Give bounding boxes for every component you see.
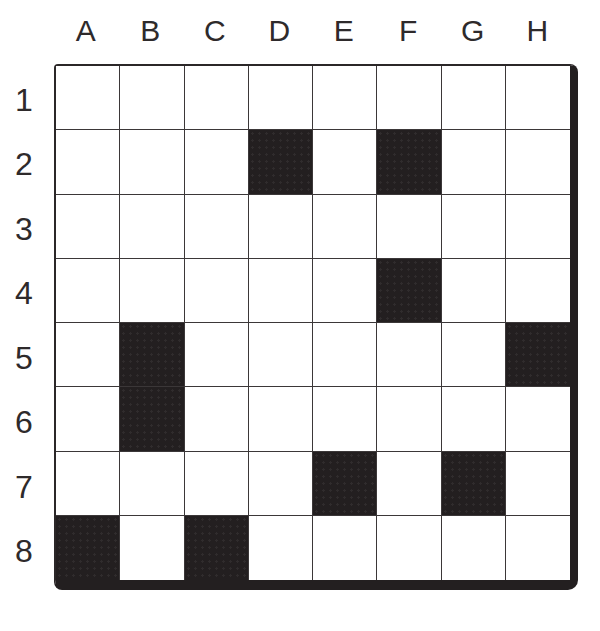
cell-H4[interactable] [506, 259, 570, 323]
column-label-E: E [312, 2, 377, 60]
puzzle-board [54, 64, 578, 590]
cell-G3[interactable] [442, 195, 506, 259]
cell-E1[interactable] [313, 66, 377, 130]
cell-D8[interactable] [249, 516, 313, 580]
cell-B3[interactable] [120, 195, 184, 259]
cell-G2[interactable] [442, 130, 506, 194]
cell-E5[interactable] [313, 323, 377, 387]
cell-D6[interactable] [249, 387, 313, 451]
cell-D7[interactable] [249, 452, 313, 516]
cell-G5[interactable] [442, 323, 506, 387]
cell-C5[interactable] [185, 323, 249, 387]
cell-H6[interactable] [506, 387, 570, 451]
column-label-D: D [248, 2, 313, 60]
cell-B7[interactable] [120, 452, 184, 516]
column-label-G: G [441, 2, 506, 60]
cell-H8[interactable] [506, 516, 570, 580]
cell-F7[interactable] [377, 452, 441, 516]
row-labels: 12345678 [0, 64, 48, 580]
cell-F8[interactable] [377, 516, 441, 580]
row-label-8: 8 [0, 520, 48, 585]
cell-C8 [185, 516, 249, 580]
cell-E4[interactable] [313, 259, 377, 323]
cell-F3[interactable] [377, 195, 441, 259]
cell-E8[interactable] [313, 516, 377, 580]
cell-B6 [120, 387, 184, 451]
cell-G8[interactable] [442, 516, 506, 580]
cell-A7[interactable] [56, 452, 120, 516]
column-label-A: A [54, 2, 119, 60]
row-label-2: 2 [0, 133, 48, 198]
cell-B8[interactable] [120, 516, 184, 580]
cell-C2[interactable] [185, 130, 249, 194]
cell-A2[interactable] [56, 130, 120, 194]
cell-B1[interactable] [120, 66, 184, 130]
cell-F4 [377, 259, 441, 323]
cell-H5 [506, 323, 570, 387]
cell-A3[interactable] [56, 195, 120, 259]
cell-B2[interactable] [120, 130, 184, 194]
cell-C1[interactable] [185, 66, 249, 130]
row-label-1: 1 [0, 68, 48, 133]
cell-D5[interactable] [249, 323, 313, 387]
cell-G4[interactable] [442, 259, 506, 323]
cell-D4[interactable] [249, 259, 313, 323]
cell-D1[interactable] [249, 66, 313, 130]
row-label-4: 4 [0, 262, 48, 327]
cell-D3[interactable] [249, 195, 313, 259]
row-label-6: 6 [0, 391, 48, 456]
cell-B4[interactable] [120, 259, 184, 323]
cell-F1[interactable] [377, 66, 441, 130]
cell-H1[interactable] [506, 66, 570, 130]
cell-B5 [120, 323, 184, 387]
cell-D2 [249, 130, 313, 194]
column-label-C: C [183, 2, 248, 60]
cell-G1[interactable] [442, 66, 506, 130]
row-label-5: 5 [0, 326, 48, 391]
cell-C7[interactable] [185, 452, 249, 516]
column-label-H: H [506, 2, 571, 60]
cell-A4[interactable] [56, 259, 120, 323]
cell-A6[interactable] [56, 387, 120, 451]
row-label-7: 7 [0, 455, 48, 520]
cell-H7[interactable] [506, 452, 570, 516]
cell-H3[interactable] [506, 195, 570, 259]
cell-A5[interactable] [56, 323, 120, 387]
cell-F6[interactable] [377, 387, 441, 451]
cell-G7 [442, 452, 506, 516]
cell-H2[interactable] [506, 130, 570, 194]
cell-E3[interactable] [313, 195, 377, 259]
row-label-3: 3 [0, 197, 48, 262]
cell-C4[interactable] [185, 259, 249, 323]
cell-C6[interactable] [185, 387, 249, 451]
column-label-F: F [377, 2, 442, 60]
cell-A1[interactable] [56, 66, 120, 130]
cell-E2[interactable] [313, 130, 377, 194]
cell-E7 [313, 452, 377, 516]
column-label-B: B [119, 2, 184, 60]
cell-E6[interactable] [313, 387, 377, 451]
cell-C3[interactable] [185, 195, 249, 259]
column-labels: ABCDEFGH [54, 2, 570, 60]
puzzle-page: ABCDEFGH 12345678 [0, 0, 600, 631]
cell-F5[interactable] [377, 323, 441, 387]
cell-F2 [377, 130, 441, 194]
cell-A8 [56, 516, 120, 580]
cell-G6[interactable] [442, 387, 506, 451]
